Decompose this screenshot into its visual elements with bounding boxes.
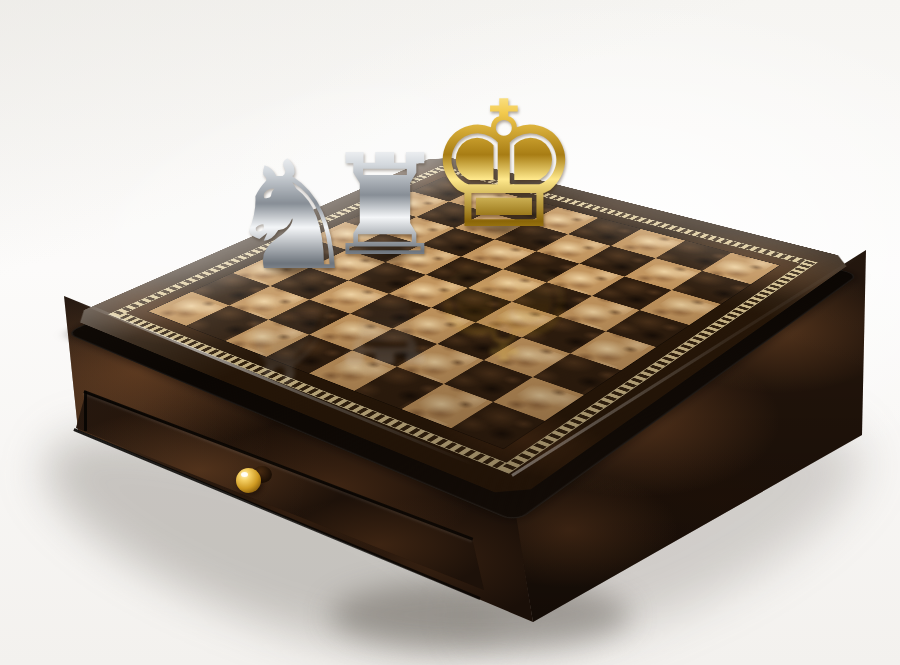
- product-photo-stage: ♞♞♜♜♚♚: [0, 0, 900, 665]
- king-icon: ♚: [426, 78, 583, 253]
